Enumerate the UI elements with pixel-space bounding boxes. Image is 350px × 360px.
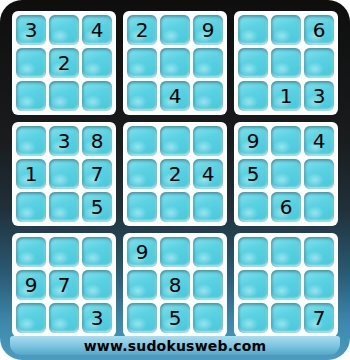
cell-value: 4 — [202, 164, 215, 184]
box-2: 294 — [123, 11, 227, 115]
footer-bar: www.sudokusweb.com — [10, 336, 340, 355]
cell-r8c4[interactable] — [127, 270, 157, 300]
cell-value: 5 — [169, 308, 182, 328]
cell-value: 8 — [91, 131, 104, 151]
box-3: 613 — [234, 11, 338, 115]
cell-r4c9[interactable]: 4 — [304, 126, 334, 156]
cell-value: 3 — [25, 20, 38, 40]
sudoku-board: 342294613381752494569739857 — [12, 11, 338, 337]
cell-r5c5[interactable]: 2 — [160, 159, 190, 189]
cell-r9c8[interactable] — [271, 303, 301, 333]
cell-r5c8[interactable] — [271, 159, 301, 189]
cell-r3c3[interactable] — [82, 81, 112, 111]
cell-value: 7 — [58, 275, 71, 295]
cell-r5c7[interactable]: 5 — [238, 159, 268, 189]
cell-r2c2[interactable]: 2 — [49, 48, 79, 78]
box-8: 985 — [123, 233, 227, 337]
cell-r3c7[interactable] — [238, 81, 268, 111]
cell-r8c2[interactable]: 7 — [49, 270, 79, 300]
cell-r8c8[interactable] — [271, 270, 301, 300]
cell-r9c2[interactable] — [49, 303, 79, 333]
cell-r3c4[interactable] — [127, 81, 157, 111]
cell-r2c7[interactable] — [238, 48, 268, 78]
cell-r4c1[interactable] — [16, 126, 46, 156]
cell-value: 3 — [91, 308, 104, 328]
box-9: 7 — [234, 233, 338, 337]
cell-r8c6[interactable] — [193, 270, 223, 300]
cell-r4c4[interactable] — [127, 126, 157, 156]
cell-r4c8[interactable] — [271, 126, 301, 156]
cell-r2c9[interactable] — [304, 48, 334, 78]
cell-r6c6[interactable] — [193, 192, 223, 222]
cell-r6c7[interactable] — [238, 192, 268, 222]
cell-value: 3 — [58, 131, 71, 151]
box-6: 9456 — [234, 122, 338, 226]
cell-r6c9[interactable] — [304, 192, 334, 222]
cell-r4c3[interactable]: 8 — [82, 126, 112, 156]
cell-r9c3[interactable]: 3 — [82, 303, 112, 333]
sudoku-widget: 342294613381752494569739857 www.sudokusw… — [0, 0, 350, 360]
cell-r6c3[interactable]: 5 — [82, 192, 112, 222]
cell-r5c4[interactable] — [127, 159, 157, 189]
cell-r6c5[interactable] — [160, 192, 190, 222]
cell-value: 9 — [136, 242, 149, 262]
cell-r8c7[interactable] — [238, 270, 268, 300]
cell-r7c9[interactable] — [304, 237, 334, 267]
cell-r4c6[interactable] — [193, 126, 223, 156]
cell-r9c1[interactable] — [16, 303, 46, 333]
cell-r7c2[interactable] — [49, 237, 79, 267]
cell-r3c5[interactable]: 4 — [160, 81, 190, 111]
cell-r4c5[interactable] — [160, 126, 190, 156]
box-5: 24 — [123, 122, 227, 226]
cell-r6c2[interactable] — [49, 192, 79, 222]
cell-value: 9 — [202, 20, 215, 40]
cell-r7c7[interactable] — [238, 237, 268, 267]
cell-r2c1[interactable] — [16, 48, 46, 78]
board-frame: 342294613381752494569739857 www.sudokusw… — [0, 0, 350, 360]
cell-r3c8[interactable]: 1 — [271, 81, 301, 111]
cell-value: 2 — [169, 164, 182, 184]
cell-r1c5[interactable] — [160, 15, 190, 45]
cell-r4c2[interactable]: 3 — [49, 126, 79, 156]
cell-value: 4 — [313, 131, 326, 151]
cell-r9c7[interactable] — [238, 303, 268, 333]
cell-r7c4[interactable]: 9 — [127, 237, 157, 267]
cell-r1c4[interactable]: 2 — [127, 15, 157, 45]
cell-r1c9[interactable]: 6 — [304, 15, 334, 45]
cell-r1c3[interactable]: 4 — [82, 15, 112, 45]
cell-r6c8[interactable]: 6 — [271, 192, 301, 222]
box-7: 973 — [12, 233, 116, 337]
cell-value: 5 — [247, 164, 260, 184]
cell-r5c6[interactable]: 4 — [193, 159, 223, 189]
cell-r3c6[interactable] — [193, 81, 223, 111]
cell-r8c1[interactable]: 9 — [16, 270, 46, 300]
cell-r2c5[interactable] — [160, 48, 190, 78]
cell-r6c1[interactable] — [16, 192, 46, 222]
cell-r7c6[interactable] — [193, 237, 223, 267]
cell-r2c8[interactable] — [271, 48, 301, 78]
cell-value: 6 — [280, 197, 293, 217]
cell-value: 7 — [313, 308, 326, 328]
cell-r7c1[interactable] — [16, 237, 46, 267]
cell-r3c2[interactable] — [49, 81, 79, 111]
cell-r1c8[interactable] — [271, 15, 301, 45]
cell-value: 7 — [91, 164, 104, 184]
website-url: www.sudokusweb.com — [84, 338, 267, 354]
cell-r2c4[interactable] — [127, 48, 157, 78]
cell-r3c1[interactable] — [16, 81, 46, 111]
cell-value: 9 — [247, 131, 260, 151]
cell-r7c8[interactable] — [271, 237, 301, 267]
cell-value: 8 — [169, 275, 182, 295]
cell-r1c7[interactable] — [238, 15, 268, 45]
cell-r5c9[interactable] — [304, 159, 334, 189]
cell-r4c7[interactable]: 9 — [238, 126, 268, 156]
box-4: 38175 — [12, 122, 116, 226]
cell-r8c3[interactable] — [82, 270, 112, 300]
cell-value: 1 — [25, 164, 38, 184]
box-1: 342 — [12, 11, 116, 115]
cell-r7c5[interactable] — [160, 237, 190, 267]
cell-value: 9 — [25, 275, 38, 295]
cell-r9c4[interactable] — [127, 303, 157, 333]
cell-r1c1[interactable]: 3 — [16, 15, 46, 45]
cell-value: 3 — [313, 86, 326, 106]
cell-r6c4[interactable] — [127, 192, 157, 222]
cell-value: 4 — [91, 20, 104, 40]
cell-r9c9[interactable]: 7 — [304, 303, 334, 333]
cell-r7c3[interactable] — [82, 237, 112, 267]
cell-r3c9[interactable]: 3 — [304, 81, 334, 111]
cell-value: 6 — [313, 20, 326, 40]
cell-r1c2[interactable] — [49, 15, 79, 45]
cell-r1c6[interactable]: 9 — [193, 15, 223, 45]
cell-r5c3[interactable]: 7 — [82, 159, 112, 189]
cell-r2c6[interactable] — [193, 48, 223, 78]
cell-r9c5[interactable]: 5 — [160, 303, 190, 333]
cell-r5c2[interactable] — [49, 159, 79, 189]
cell-r8c9[interactable] — [304, 270, 334, 300]
cell-value: 2 — [58, 53, 71, 73]
cell-r8c5[interactable]: 8 — [160, 270, 190, 300]
cell-value: 5 — [91, 197, 104, 217]
cell-value: 4 — [169, 86, 182, 106]
cell-r5c1[interactable]: 1 — [16, 159, 46, 189]
cell-value: 2 — [136, 20, 149, 40]
cell-r2c3[interactable] — [82, 48, 112, 78]
cell-r9c6[interactable] — [193, 303, 223, 333]
cell-value: 1 — [280, 86, 293, 106]
